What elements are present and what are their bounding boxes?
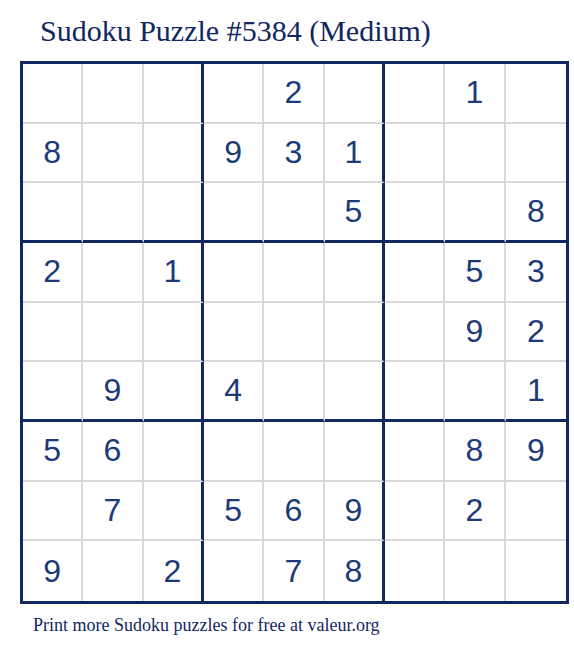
cell-r9c5: 7 <box>264 541 324 601</box>
cell-r7c3 <box>144 422 204 482</box>
cell-r1c9 <box>506 64 566 124</box>
cell-r5c6 <box>325 303 385 363</box>
cell-r2c9 <box>506 124 566 184</box>
cell-r4c4 <box>204 243 264 303</box>
cell-r9c4 <box>204 541 264 601</box>
cell-r1c5: 2 <box>264 64 324 124</box>
cell-r1c3 <box>144 64 204 124</box>
cell-r9c3: 2 <box>144 541 204 601</box>
cell-r5c4 <box>204 303 264 363</box>
cell-r5c8: 9 <box>445 303 505 363</box>
cell-r2c1: 8 <box>23 124 83 184</box>
cell-r7c8: 8 <box>445 422 505 482</box>
cell-r4c8: 5 <box>445 243 505 303</box>
cell-r1c4 <box>204 64 264 124</box>
cell-r9c9 <box>506 541 566 601</box>
cell-r4c2 <box>83 243 143 303</box>
cell-r5c3 <box>144 303 204 363</box>
cell-r8c9 <box>506 482 566 542</box>
page-title: Sudoku Puzzle #5384 (Medium) <box>40 14 431 48</box>
cell-r3c2 <box>83 183 143 243</box>
cell-r8c7 <box>385 482 445 542</box>
sudoku-page: Sudoku Puzzle #5384 (Medium) 21893158215… <box>0 0 574 651</box>
cell-r8c8: 2 <box>445 482 505 542</box>
cell-r6c4: 4 <box>204 362 264 422</box>
cell-r7c5 <box>264 422 324 482</box>
cell-r5c7 <box>385 303 445 363</box>
cell-r8c3 <box>144 482 204 542</box>
cell-r4c6 <box>325 243 385 303</box>
cell-r6c7 <box>385 362 445 422</box>
cell-r2c2 <box>83 124 143 184</box>
cell-r1c2 <box>83 64 143 124</box>
cell-r9c1: 9 <box>23 541 83 601</box>
cell-r3c9: 8 <box>506 183 566 243</box>
cell-r6c5 <box>264 362 324 422</box>
cell-r3c4 <box>204 183 264 243</box>
cell-r5c9: 2 <box>506 303 566 363</box>
cell-r9c7 <box>385 541 445 601</box>
cell-r4c1: 2 <box>23 243 83 303</box>
cell-r2c5: 3 <box>264 124 324 184</box>
cell-r3c1 <box>23 183 83 243</box>
cell-r8c5: 6 <box>264 482 324 542</box>
cell-r7c9: 9 <box>506 422 566 482</box>
cell-r2c4: 9 <box>204 124 264 184</box>
cell-r1c6 <box>325 64 385 124</box>
cell-r8c6: 9 <box>325 482 385 542</box>
cell-r2c8 <box>445 124 505 184</box>
cell-r6c8 <box>445 362 505 422</box>
cell-r5c5 <box>264 303 324 363</box>
cell-r9c8 <box>445 541 505 601</box>
cell-r9c2 <box>83 541 143 601</box>
cell-r5c1 <box>23 303 83 363</box>
cell-r3c5 <box>264 183 324 243</box>
cell-r7c6 <box>325 422 385 482</box>
cell-r2c7 <box>385 124 445 184</box>
cell-r6c2: 9 <box>83 362 143 422</box>
cell-r8c4: 5 <box>204 482 264 542</box>
cell-r6c6 <box>325 362 385 422</box>
cell-r1c7 <box>385 64 445 124</box>
cell-r2c6: 1 <box>325 124 385 184</box>
cell-r8c1 <box>23 482 83 542</box>
footer-note: Print more Sudoku puzzles for free at va… <box>33 615 380 636</box>
cell-r2c3 <box>144 124 204 184</box>
cell-r3c7 <box>385 183 445 243</box>
sudoku-board: 218931582153929415689756929278 <box>20 61 569 604</box>
cell-r5c2 <box>83 303 143 363</box>
cell-r9c6: 8 <box>325 541 385 601</box>
cell-r3c3 <box>144 183 204 243</box>
cell-r1c8: 1 <box>445 64 505 124</box>
cell-r1c1 <box>23 64 83 124</box>
cell-r7c4 <box>204 422 264 482</box>
cell-r7c2: 6 <box>83 422 143 482</box>
cell-r4c3: 1 <box>144 243 204 303</box>
cell-r6c3 <box>144 362 204 422</box>
cell-r3c6: 5 <box>325 183 385 243</box>
cell-r8c2: 7 <box>83 482 143 542</box>
cell-r4c5 <box>264 243 324 303</box>
cell-r7c1: 5 <box>23 422 83 482</box>
cell-r4c7 <box>385 243 445 303</box>
cell-r4c9: 3 <box>506 243 566 303</box>
cell-r6c9: 1 <box>506 362 566 422</box>
cell-r7c7 <box>385 422 445 482</box>
cell-r3c8 <box>445 183 505 243</box>
cell-r6c1 <box>23 362 83 422</box>
